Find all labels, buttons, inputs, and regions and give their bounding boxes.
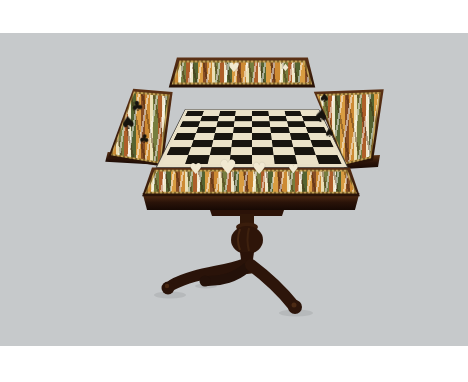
board-square[interactable]	[191, 140, 213, 147]
suit-spade-icon: ♠	[119, 113, 137, 132]
board-square[interactable]	[289, 133, 310, 140]
bargello-panel-top	[173, 62, 311, 83]
board-square[interactable]	[272, 140, 293, 147]
letterbox-bottom	[0, 346, 468, 382]
board-square[interactable]	[252, 133, 272, 140]
scroll-foot-right-highlight	[292, 303, 297, 308]
board-square[interactable]	[232, 140, 252, 147]
arm-bottom	[141, 164, 361, 198]
letterbox-top	[0, 0, 468, 33]
board-square[interactable]	[291, 140, 313, 147]
photo-of-games-table: ♥ ♦ ♣ ♠ ♣ ♠ ♠ ♠ ♥ ♥ ♥ ♥	[0, 0, 468, 382]
suit-spade-icon: ♠	[312, 106, 330, 126]
board-square[interactable]	[311, 140, 334, 147]
board-square[interactable]	[231, 147, 252, 155]
board-square[interactable]	[316, 155, 341, 164]
board-square[interactable]	[252, 140, 272, 147]
suit-heart-icon: ♥	[219, 157, 237, 177]
board-square[interactable]	[313, 147, 337, 155]
board-square[interactable]	[188, 147, 211, 155]
board-square[interactable]	[293, 147, 316, 155]
suit-diamond-icon: ♦	[281, 63, 290, 73]
board-square[interactable]	[209, 147, 231, 155]
board-square[interactable]	[271, 133, 291, 140]
board-square[interactable]	[272, 147, 294, 155]
suit-club-icon: ♣	[138, 132, 150, 145]
suit-heart-icon: ♥	[228, 61, 240, 74]
board-square[interactable]	[232, 133, 252, 140]
board-square[interactable]	[211, 140, 232, 147]
arm-top	[168, 57, 316, 88]
scroll-foot-left	[162, 282, 175, 295]
suit-heart-icon: ♥	[288, 163, 299, 175]
scroll-foot-front	[200, 276, 211, 287]
bargello-panel-bottom	[146, 169, 356, 193]
board-square[interactable]	[213, 133, 233, 140]
suit-heart-icon: ♥	[252, 161, 266, 177]
suit-spade-icon: ♠	[324, 127, 336, 140]
pedestal	[120, 192, 360, 342]
board-square[interactable]	[252, 147, 273, 155]
suit-heart-icon: ♥	[189, 162, 202, 177]
leg-right	[251, 265, 293, 305]
scroll-foot-left-highlight	[165, 284, 169, 288]
suit-spade-icon: ♠	[319, 92, 331, 105]
board-square[interactable]	[193, 133, 214, 140]
